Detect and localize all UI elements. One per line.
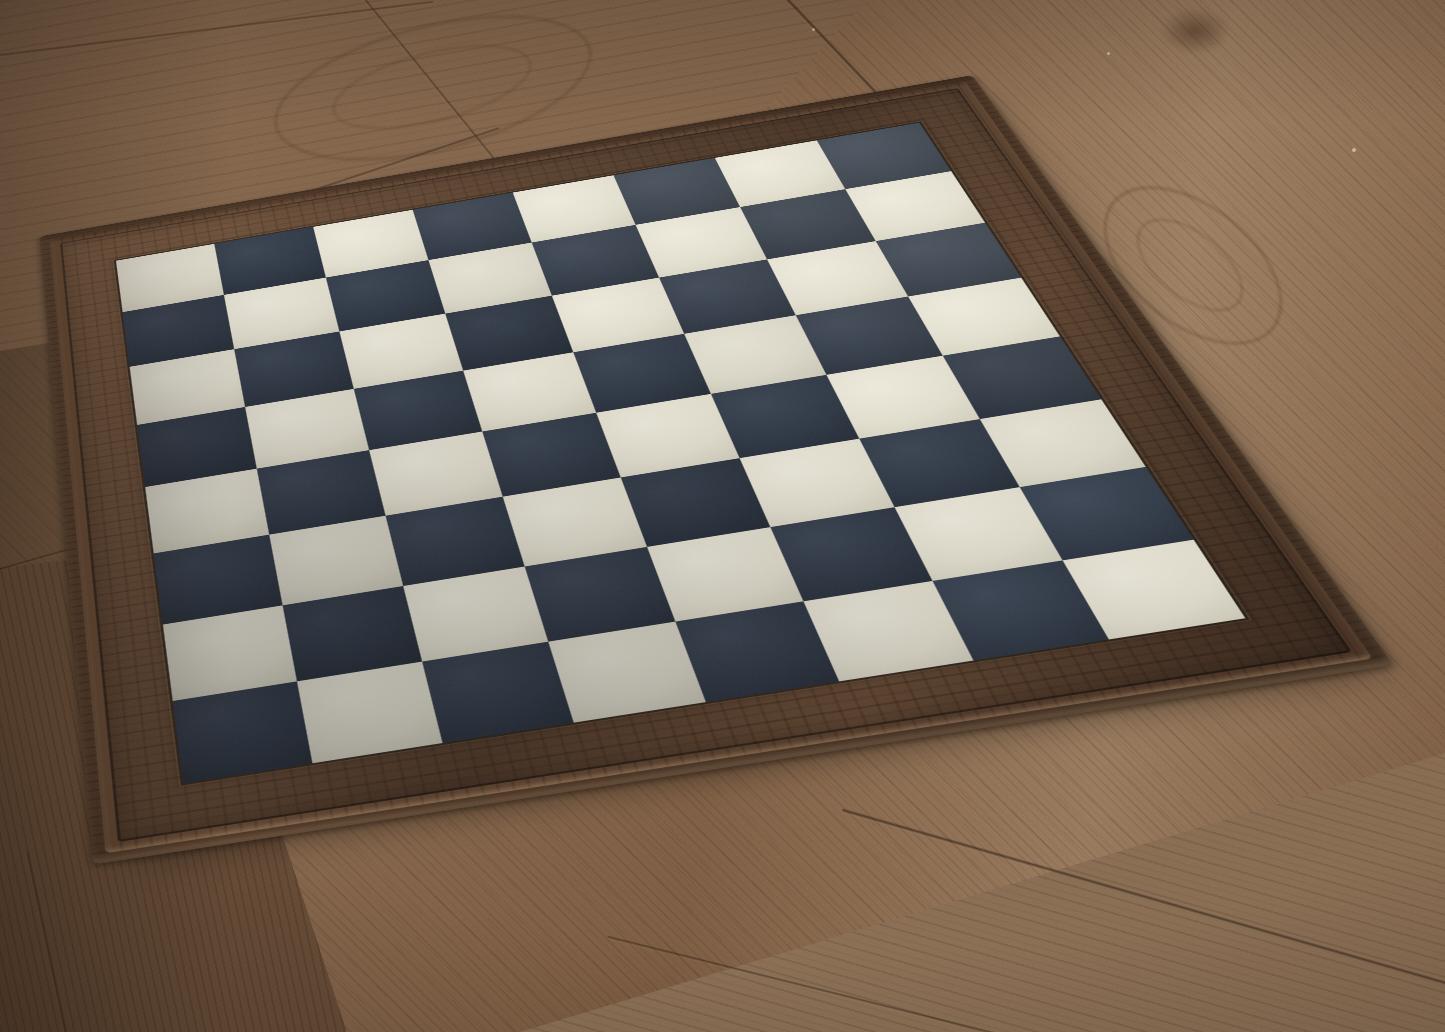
scene xyxy=(0,0,1445,1032)
dust-speck xyxy=(1352,148,1356,152)
dust-speck xyxy=(1107,52,1110,55)
dust-speck xyxy=(812,28,815,31)
wood-knot xyxy=(1160,8,1230,54)
